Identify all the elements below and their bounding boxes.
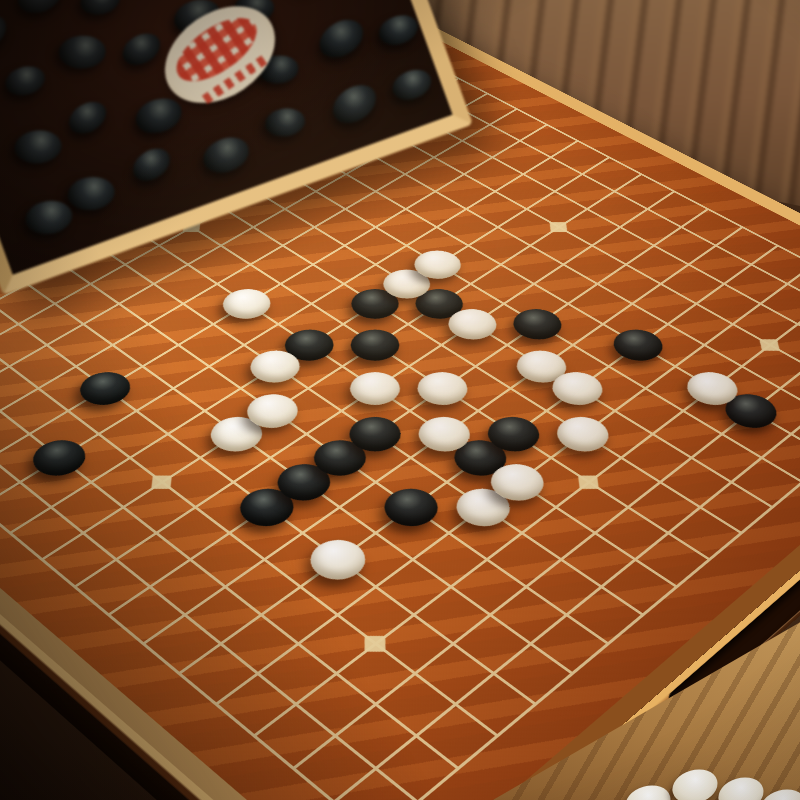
black-stone [2, 62, 48, 100]
black-stone [313, 12, 370, 65]
black-stone [326, 77, 383, 131]
star-point [365, 636, 386, 652]
black-stone [198, 131, 254, 179]
black-stone [117, 27, 166, 71]
star-point [550, 222, 568, 232]
black-stone [63, 95, 112, 140]
black-stone [58, 34, 107, 69]
black-stone [131, 92, 186, 139]
black-stone [66, 174, 117, 212]
black-stone [12, 0, 69, 20]
black-stone [23, 197, 75, 237]
star-point [578, 476, 599, 489]
white-stone [621, 780, 674, 800]
black-stone [388, 64, 436, 105]
go-board-photo-scene [0, 0, 800, 800]
white-stone [668, 764, 721, 800]
black-stone [13, 128, 63, 165]
black-stone [263, 106, 307, 139]
star-point [759, 339, 779, 350]
black-stone [127, 142, 176, 188]
black-stone [0, 9, 13, 56]
black-stone [77, 0, 123, 19]
star-point [151, 476, 172, 489]
black-stone [375, 10, 422, 50]
white-stone [714, 772, 767, 800]
